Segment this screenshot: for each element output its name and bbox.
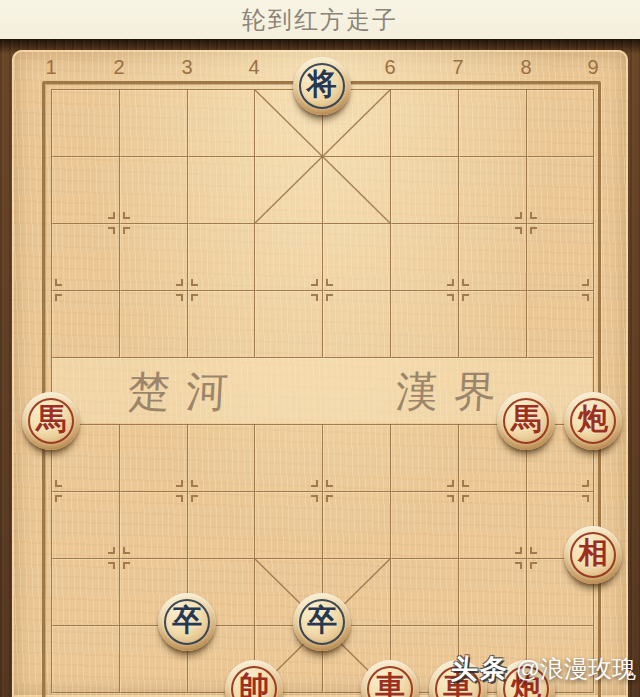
position-marker — [326, 279, 333, 286]
position-marker — [326, 294, 333, 301]
position-marker — [191, 279, 198, 286]
position-marker — [108, 227, 115, 234]
position-marker — [530, 227, 537, 234]
position-marker — [55, 480, 62, 487]
game-screen: 轮到红方走子 123456789 楚河 漢界 将馬馬炮相卒卒帥車車炮 头条 @浪… — [0, 0, 640, 697]
position-marker — [515, 212, 522, 219]
position-marker — [515, 227, 522, 234]
position-marker — [176, 294, 183, 301]
piece-red-elephant[interactable]: 相 — [564, 526, 622, 584]
position-marker — [530, 562, 537, 569]
position-marker — [191, 294, 198, 301]
position-marker — [311, 294, 318, 301]
piece-character: 将 — [293, 57, 351, 115]
position-marker — [55, 294, 62, 301]
position-marker — [515, 562, 522, 569]
position-marker — [447, 294, 454, 301]
piece-character: 馬 — [497, 392, 555, 450]
position-marker — [515, 547, 522, 554]
position-marker — [108, 562, 115, 569]
position-marker — [582, 495, 589, 502]
position-marker — [191, 480, 198, 487]
position-marker — [123, 562, 130, 569]
piece-character: 車 — [429, 660, 487, 697]
piece-red-general[interactable]: 帥 — [225, 660, 283, 697]
position-marker — [108, 212, 115, 219]
piece-red-horse-a[interactable]: 馬 — [22, 392, 80, 450]
position-marker — [311, 480, 318, 487]
position-marker — [191, 495, 198, 502]
position-marker — [447, 279, 454, 286]
piece-character: 卒 — [158, 593, 216, 651]
position-marker — [311, 279, 318, 286]
piece-black-pawn-a[interactable]: 卒 — [158, 593, 216, 651]
piece-black-general[interactable]: 将 — [293, 57, 351, 115]
position-marker — [530, 547, 537, 554]
piece-red-horse-b[interactable]: 馬 — [497, 392, 555, 450]
position-marker — [582, 480, 589, 487]
piece-character: 卒 — [293, 593, 351, 651]
position-marker — [582, 279, 589, 286]
position-marker — [326, 495, 333, 502]
piece-character: 炮 — [564, 392, 622, 450]
position-marker — [123, 547, 130, 554]
piece-character: 車 — [361, 660, 419, 697]
piece-character: 相 — [564, 526, 622, 584]
position-marker — [176, 279, 183, 286]
position-marker — [462, 294, 469, 301]
piece-red-cannon-a[interactable]: 炮 — [564, 392, 622, 450]
position-marker — [176, 480, 183, 487]
piece-character: 帥 — [225, 660, 283, 697]
position-marker — [311, 495, 318, 502]
piece-red-chariot-a[interactable]: 車 — [361, 660, 419, 697]
position-marker — [462, 480, 469, 487]
position-marker — [176, 495, 183, 502]
position-marker — [123, 227, 130, 234]
position-marker — [582, 294, 589, 301]
position-marker — [123, 212, 130, 219]
position-marker — [55, 495, 62, 502]
piece-character: 炮 — [497, 660, 555, 697]
piece-black-pawn-b[interactable]: 卒 — [293, 593, 351, 651]
piece-red-chariot-b[interactable]: 車 — [429, 660, 487, 697]
position-marker — [462, 279, 469, 286]
piece-red-cannon-b[interactable]: 炮 — [497, 660, 555, 697]
position-marker — [530, 212, 537, 219]
position-marker — [447, 495, 454, 502]
position-marker — [462, 495, 469, 502]
position-marker — [447, 480, 454, 487]
position-marker — [326, 480, 333, 487]
position-marker — [108, 547, 115, 554]
position-marker — [55, 279, 62, 286]
piece-character: 馬 — [22, 392, 80, 450]
